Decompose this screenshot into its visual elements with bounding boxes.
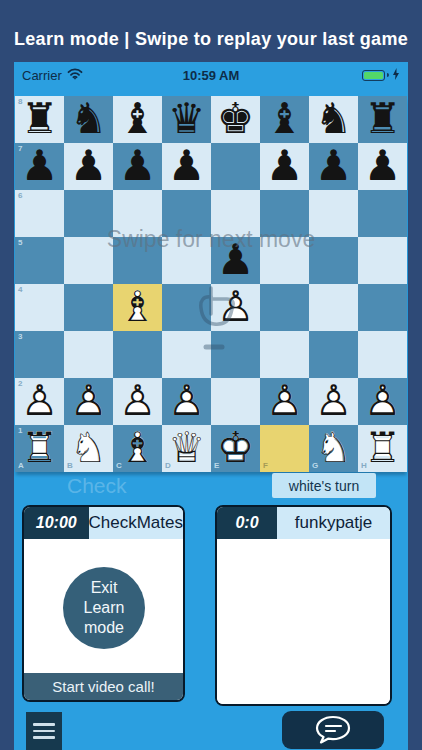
- square-h1[interactable]: H♜♖: [358, 425, 407, 472]
- black-pawn[interactable]: ♟: [162, 143, 211, 190]
- square-f6[interactable]: [260, 190, 309, 237]
- white-bishop[interactable]: ♝♗: [113, 284, 162, 331]
- square-c6[interactable]: [113, 190, 162, 237]
- square-h6[interactable]: [358, 190, 407, 237]
- white-pawn[interactable]: ♟♙: [15, 378, 64, 425]
- white-bishop[interactable]: ♝♗: [113, 425, 162, 472]
- square-b7[interactable]: ♟: [64, 143, 113, 190]
- black-bishop[interactable]: ♝: [113, 96, 162, 143]
- square-a2[interactable]: 2♟♙: [15, 378, 64, 425]
- white-queen[interactable]: ♛♕: [162, 425, 211, 472]
- status-bar: Carrier 10:59 AM: [14, 62, 408, 88]
- square-f4[interactable]: [260, 284, 309, 331]
- video-area: [217, 539, 390, 704]
- square-h4[interactable]: [358, 284, 407, 331]
- black-pawn[interactable]: ♟: [64, 143, 113, 190]
- rank-label-6: 6: [18, 192, 22, 200]
- square-a4[interactable]: 4: [15, 284, 64, 331]
- square-c7[interactable]: ♟: [113, 143, 162, 190]
- white-pawn[interactable]: ♟♙: [113, 378, 162, 425]
- square-c1[interactable]: C♝♗: [113, 425, 162, 472]
- square-h3[interactable]: [358, 331, 407, 378]
- square-h2[interactable]: ♟♙: [358, 378, 407, 425]
- square-e3[interactable]: [211, 331, 260, 378]
- square-b8[interactable]: ♞: [64, 96, 113, 143]
- square-f8[interactable]: ♝: [260, 96, 309, 143]
- square-e2[interactable]: [211, 378, 260, 425]
- white-pawn[interactable]: ♟♙: [358, 378, 407, 425]
- white-player-name: CheckMates: [89, 507, 183, 539]
- square-c3[interactable]: [113, 331, 162, 378]
- rank-label-3: 3: [18, 333, 22, 341]
- clock-time: 10:59 AM: [14, 68, 408, 83]
- player-card-black: 0:0 funkypatje: [215, 505, 392, 706]
- black-pawn[interactable]: ♟: [260, 143, 309, 190]
- square-g8[interactable]: ♞: [309, 96, 358, 143]
- white-pawn[interactable]: ♟♙: [260, 378, 309, 425]
- square-d1[interactable]: D♛♕: [162, 425, 211, 472]
- black-pawn[interactable]: ♟: [211, 237, 260, 284]
- square-g6[interactable]: [309, 190, 358, 237]
- square-e5[interactable]: ♟: [211, 237, 260, 284]
- square-g5[interactable]: [309, 237, 358, 284]
- square-f2[interactable]: ♟♙: [260, 378, 309, 425]
- square-g1[interactable]: G♞♘: [309, 425, 358, 472]
- square-h8[interactable]: ♜: [358, 96, 407, 143]
- exit-learn-mode-button[interactable]: Exit Learn mode: [63, 567, 145, 649]
- black-pawn[interactable]: ♟: [15, 143, 64, 190]
- start-video-call-button[interactable]: Start video call!: [24, 673, 183, 700]
- page-title: Learn mode | Swipe to replay your last g…: [0, 29, 422, 50]
- square-d8[interactable]: ♛: [162, 96, 211, 143]
- white-clock: 10:00: [24, 507, 89, 539]
- square-e1[interactable]: E♚♔: [211, 425, 260, 472]
- square-e7[interactable]: [211, 143, 260, 190]
- square-e8[interactable]: ♚: [211, 96, 260, 143]
- black-bishop[interactable]: ♝: [260, 96, 309, 143]
- square-a5[interactable]: 5: [15, 237, 64, 284]
- hamburger-icon: [33, 723, 55, 726]
- square-c5[interactable]: [113, 237, 162, 284]
- black-king[interactable]: ♚: [211, 96, 260, 143]
- square-d7[interactable]: ♟: [162, 143, 211, 190]
- square-b2[interactable]: ♟♙: [64, 378, 113, 425]
- menu-button[interactable]: [26, 712, 62, 750]
- square-d5[interactable]: [162, 237, 211, 284]
- white-rook[interactable]: ♜♖: [358, 425, 407, 472]
- square-h5[interactable]: [358, 237, 407, 284]
- file-label-f: F: [263, 462, 268, 470]
- square-a8[interactable]: 8♜: [15, 96, 64, 143]
- square-a3[interactable]: 3: [15, 331, 64, 378]
- square-f1[interactable]: F: [260, 425, 309, 472]
- black-knight[interactable]: ♞: [309, 96, 358, 143]
- black-pawn[interactable]: ♟: [113, 143, 162, 190]
- square-f3[interactable]: [260, 331, 309, 378]
- white-pawn[interactable]: ♟♙: [64, 378, 113, 425]
- battery-icon: [362, 70, 385, 81]
- chess-board-wrap: 8♜♞♝♛♚♝♞♜7♟♟♟♟♟♟♟65♟4♝♗♟♙32♟♙♟♙♟♙♟♙♟♙♟♙♟…: [15, 96, 407, 472]
- square-e6[interactable]: [211, 190, 260, 237]
- square-b4[interactable]: [64, 284, 113, 331]
- square-b1[interactable]: B♞♘: [64, 425, 113, 472]
- rank-label-4: 4: [18, 286, 22, 294]
- black-player-name: funkypatje: [277, 507, 390, 539]
- square-g4[interactable]: [309, 284, 358, 331]
- square-f5[interactable]: [260, 237, 309, 284]
- black-knight[interactable]: ♞: [64, 96, 113, 143]
- white-pawn[interactable]: ♟♙: [211, 284, 260, 331]
- white-king[interactable]: ♚♔: [211, 425, 260, 472]
- white-knight[interactable]: ♞♘: [309, 425, 358, 472]
- square-c8[interactable]: ♝: [113, 96, 162, 143]
- square-d2[interactable]: ♟♙: [162, 378, 211, 425]
- app-surface: Carrier 10:59 AM 8♜♞♝♛♚♝♞♜7♟♟♟♟♟♟♟65♟4♝♗…: [14, 62, 408, 750]
- chess-board[interactable]: 8♜♞♝♛♚♝♞♜7♟♟♟♟♟♟♟65♟4♝♗♟♙32♟♙♟♙♟♙♟♙♟♙♟♙♟…: [15, 96, 407, 472]
- square-b3[interactable]: [64, 331, 113, 378]
- chat-bubble-icon: [313, 714, 353, 747]
- turn-indicator: white's turn: [272, 473, 376, 498]
- square-c4[interactable]: ♝♗: [113, 284, 162, 331]
- square-e4[interactable]: ♟♙: [211, 284, 260, 331]
- square-d6[interactable]: [162, 190, 211, 237]
- square-d4[interactable]: [162, 284, 211, 331]
- black-pawn[interactable]: ♟: [358, 143, 407, 190]
- chat-button[interactable]: [282, 711, 384, 749]
- white-knight[interactable]: ♞♘: [64, 425, 113, 472]
- black-queen[interactable]: ♛: [162, 96, 211, 143]
- square-d3[interactable]: [162, 331, 211, 378]
- square-a7[interactable]: 7♟: [15, 143, 64, 190]
- rank-label-5: 5: [18, 239, 22, 247]
- white-pawn[interactable]: ♟♙: [162, 378, 211, 425]
- square-b5[interactable]: [64, 237, 113, 284]
- white-pawn[interactable]: ♟♙: [309, 378, 358, 425]
- square-a1[interactable]: 1A♜♖: [15, 425, 64, 472]
- square-a6[interactable]: 6: [15, 190, 64, 237]
- square-c2[interactable]: ♟♙: [113, 378, 162, 425]
- square-f7[interactable]: ♟: [260, 143, 309, 190]
- player-card-white: 10:00 CheckMates Exit Learn mode Start v…: [22, 505, 185, 702]
- square-g2[interactable]: ♟♙: [309, 378, 358, 425]
- square-h7[interactable]: ♟: [358, 143, 407, 190]
- black-rook[interactable]: ♜: [15, 96, 64, 143]
- square-g3[interactable]: [309, 331, 358, 378]
- black-pawn[interactable]: ♟: [309, 143, 358, 190]
- black-rook[interactable]: ♜: [358, 96, 407, 143]
- black-clock: 0:0: [217, 507, 277, 539]
- white-rook[interactable]: ♜♖: [15, 425, 64, 472]
- square-b6[interactable]: [64, 190, 113, 237]
- square-g7[interactable]: ♟: [309, 143, 358, 190]
- check-status-label: Check: [67, 474, 127, 498]
